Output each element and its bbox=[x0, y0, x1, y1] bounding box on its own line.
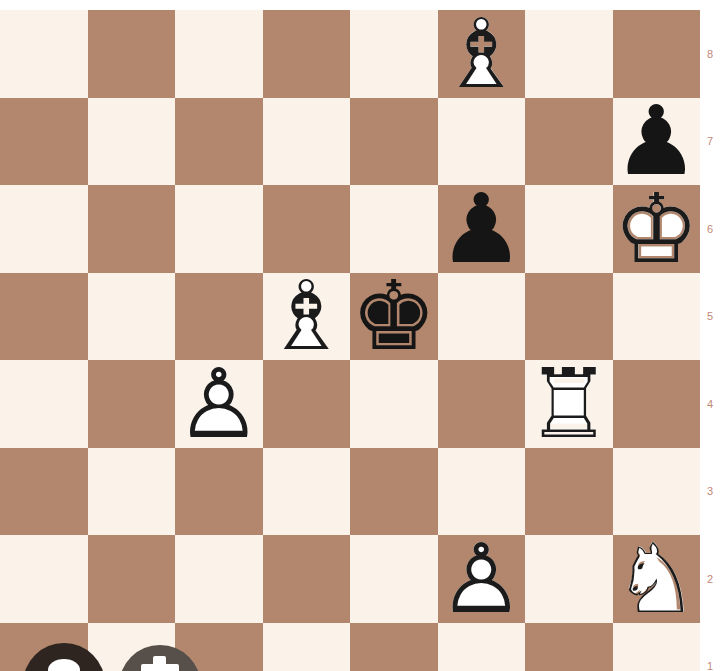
square-f6[interactable]: ♟ bbox=[438, 185, 526, 273]
square-d2[interactable] bbox=[263, 535, 351, 623]
square-e6[interactable] bbox=[350, 185, 438, 273]
piece-white-bishop-f8: ♝ bbox=[438, 10, 526, 98]
rank-label-1: 1 bbox=[700, 623, 720, 671]
square-h4[interactable] bbox=[613, 360, 701, 448]
rank-label-6: 6 bbox=[700, 185, 720, 273]
square-d3[interactable] bbox=[263, 448, 351, 536]
square-f2[interactable]: ♟♙ bbox=[438, 535, 526, 623]
piece-white-pawn-outline: ♙ bbox=[438, 535, 526, 623]
chess-board: ♝♗♟♟♚♔♝♗♚♟♙♜♖♟♙♞♘ bbox=[0, 10, 700, 671]
piece-white-pawn-outline: ♙ bbox=[175, 360, 263, 448]
square-a3[interactable] bbox=[0, 448, 88, 536]
square-g5[interactable] bbox=[525, 273, 613, 361]
rank-label-2: 2 bbox=[700, 535, 720, 623]
square-b2[interactable] bbox=[88, 535, 176, 623]
rank-label-4: 4 bbox=[700, 360, 720, 448]
piece-white-king-outline: ♔ bbox=[613, 185, 701, 273]
square-d5[interactable]: ♝♗ bbox=[263, 273, 351, 361]
square-g7[interactable] bbox=[525, 98, 613, 186]
square-b4[interactable] bbox=[88, 360, 176, 448]
plus-icon bbox=[141, 664, 179, 671]
square-d6[interactable] bbox=[263, 185, 351, 273]
piece-white-pawn-c4: ♟ bbox=[175, 360, 263, 448]
rank-label-7: 7 bbox=[700, 98, 720, 186]
square-f7[interactable] bbox=[438, 98, 526, 186]
rank-label-column: 87654321 bbox=[700, 10, 720, 671]
rank-label-8: 8 bbox=[700, 10, 720, 98]
screenshot-canvas: ♝♗♟♟♚♔♝♗♚♟♙♜♖♟♙♞♘ 87654321 bbox=[0, 0, 720, 671]
square-g2[interactable] bbox=[525, 535, 613, 623]
piece-white-knight-h2: ♞ bbox=[613, 535, 701, 623]
piece-white-pawn-f2: ♟ bbox=[438, 535, 526, 623]
square-d8[interactable] bbox=[263, 10, 351, 98]
square-e7[interactable] bbox=[350, 98, 438, 186]
square-d7[interactable] bbox=[263, 98, 351, 186]
piece-black-pawn-f6: ♟ bbox=[438, 185, 526, 273]
square-a5[interactable] bbox=[0, 273, 88, 361]
square-a4[interactable] bbox=[0, 360, 88, 448]
square-d4[interactable] bbox=[263, 360, 351, 448]
square-h8[interactable] bbox=[613, 10, 701, 98]
square-d1[interactable] bbox=[263, 623, 351, 671]
piece-white-king-h6: ♚ bbox=[613, 185, 701, 273]
piece-black-king-e5: ♚ bbox=[350, 273, 438, 361]
square-h7[interactable]: ♟ bbox=[613, 98, 701, 186]
square-a2[interactable] bbox=[0, 535, 88, 623]
square-f4[interactable] bbox=[438, 360, 526, 448]
square-b5[interactable] bbox=[88, 273, 176, 361]
square-c5[interactable] bbox=[175, 273, 263, 361]
square-h3[interactable] bbox=[613, 448, 701, 536]
piece-white-knight-outline: ♘ bbox=[613, 535, 701, 623]
piece-white-bishop-outline: ♗ bbox=[438, 10, 526, 98]
square-e3[interactable] bbox=[350, 448, 438, 536]
square-c4[interactable]: ♟♙ bbox=[175, 360, 263, 448]
square-b3[interactable] bbox=[88, 448, 176, 536]
piece-black-pawn-h7: ♟ bbox=[613, 98, 701, 186]
square-h2[interactable]: ♞♘ bbox=[613, 535, 701, 623]
square-e8[interactable] bbox=[350, 10, 438, 98]
square-h5[interactable] bbox=[613, 273, 701, 361]
rank-label-3: 3 bbox=[700, 448, 720, 536]
piece-white-bishop-outline: ♗ bbox=[263, 273, 351, 361]
piece-top-icon bbox=[48, 659, 80, 671]
square-a6[interactable] bbox=[0, 185, 88, 273]
piece-white-rook-outline: ♖ bbox=[525, 360, 613, 448]
square-e5[interactable]: ♚ bbox=[350, 273, 438, 361]
square-c7[interactable] bbox=[175, 98, 263, 186]
square-h1[interactable] bbox=[613, 623, 701, 671]
square-e4[interactable] bbox=[350, 360, 438, 448]
square-a7[interactable] bbox=[0, 98, 88, 186]
square-c8[interactable] bbox=[175, 10, 263, 98]
square-f8[interactable]: ♝♗ bbox=[438, 10, 526, 98]
square-c2[interactable] bbox=[175, 535, 263, 623]
square-g6[interactable] bbox=[525, 185, 613, 273]
square-c6[interactable] bbox=[175, 185, 263, 273]
square-g3[interactable] bbox=[525, 448, 613, 536]
square-e1[interactable] bbox=[350, 623, 438, 671]
piece-white-rook-g4: ♜ bbox=[525, 360, 613, 448]
square-h6[interactable]: ♚♔ bbox=[613, 185, 701, 273]
square-g1[interactable] bbox=[525, 623, 613, 671]
square-b8[interactable] bbox=[88, 10, 176, 98]
square-b7[interactable] bbox=[88, 98, 176, 186]
square-g4[interactable]: ♜♖ bbox=[525, 360, 613, 448]
rank-label-5: 5 bbox=[700, 273, 720, 361]
square-f5[interactable] bbox=[438, 273, 526, 361]
square-b6[interactable] bbox=[88, 185, 176, 273]
square-e2[interactable] bbox=[350, 535, 438, 623]
square-f1[interactable] bbox=[438, 623, 526, 671]
square-c3[interactable] bbox=[175, 448, 263, 536]
square-f3[interactable] bbox=[438, 448, 526, 536]
square-a8[interactable] bbox=[0, 10, 88, 98]
square-g8[interactable] bbox=[525, 10, 613, 98]
piece-white-bishop-d5: ♝ bbox=[263, 273, 351, 361]
